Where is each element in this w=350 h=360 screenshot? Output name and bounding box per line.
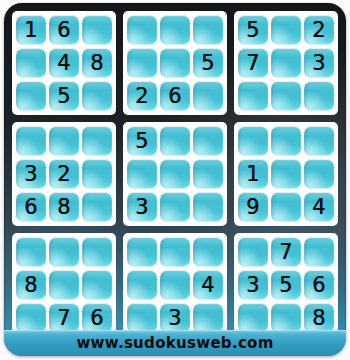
cell-r5c2[interactable]: 2 <box>49 159 79 189</box>
cell-r5c3[interactable] <box>82 159 112 189</box>
cell-r9c9[interactable]: 8 <box>304 303 334 333</box>
cell-r2c2[interactable]: 4 <box>49 48 79 78</box>
cell-r5c6[interactable] <box>193 159 223 189</box>
block-2-2: 53 <box>123 122 227 226</box>
cell-r1c8[interactable] <box>271 15 301 45</box>
cell-r6c9[interactable]: 4 <box>304 192 334 222</box>
cell-r1c5[interactable] <box>160 15 190 45</box>
cell-r5c4[interactable] <box>127 159 157 189</box>
cell-r3c3[interactable] <box>82 81 112 111</box>
cell-r6c2[interactable]: 8 <box>49 192 79 222</box>
cell-r1c2[interactable]: 6 <box>49 15 79 45</box>
cell-r7c5[interactable] <box>160 237 190 267</box>
cell-r8c9[interactable]: 6 <box>304 270 334 300</box>
cell-r1c4[interactable] <box>127 15 157 45</box>
cell-r6c3[interactable] <box>82 192 112 222</box>
cell-r9c4[interactable] <box>127 303 157 333</box>
cell-r8c6[interactable]: 4 <box>193 270 223 300</box>
cell-r3c5[interactable]: 6 <box>160 81 190 111</box>
cell-r8c1[interactable]: 8 <box>16 270 46 300</box>
cell-r4c6[interactable] <box>193 126 223 156</box>
block-3-2: 43 <box>123 233 227 337</box>
cell-r2c6[interactable]: 5 <box>193 48 223 78</box>
cell-r5c5[interactable] <box>160 159 190 189</box>
cell-r4c1[interactable] <box>16 126 46 156</box>
block-2-3: 194 <box>234 122 338 226</box>
cell-r7c9[interactable] <box>304 237 334 267</box>
site-link[interactable]: www.sudokusweb.com <box>76 334 273 352</box>
cell-r6c1[interactable]: 6 <box>16 192 46 222</box>
cell-r2c8[interactable] <box>271 48 301 78</box>
cell-r9c2[interactable]: 7 <box>49 303 79 333</box>
cell-r8c5[interactable] <box>160 270 190 300</box>
cell-r1c7[interactable]: 5 <box>238 15 268 45</box>
cell-r4c3[interactable] <box>82 126 112 156</box>
block-1-3: 5273 <box>234 11 338 115</box>
cell-r5c8[interactable] <box>271 159 301 189</box>
cell-r7c1[interactable] <box>16 237 46 267</box>
cell-r7c4[interactable] <box>127 237 157 267</box>
cell-r6c6[interactable] <box>193 192 223 222</box>
cell-r4c4[interactable]: 5 <box>127 126 157 156</box>
cell-r1c9[interactable]: 2 <box>304 15 334 45</box>
cell-r2c4[interactable] <box>127 48 157 78</box>
cell-r6c4[interactable]: 3 <box>127 192 157 222</box>
cell-r8c4[interactable] <box>127 270 157 300</box>
cell-r5c7[interactable]: 1 <box>238 159 268 189</box>
cell-r3c7[interactable] <box>238 81 268 111</box>
cell-r7c6[interactable] <box>193 237 223 267</box>
cell-r2c9[interactable]: 3 <box>304 48 334 78</box>
block-1-1: 16485 <box>12 11 116 115</box>
cell-r9c3[interactable]: 6 <box>82 303 112 333</box>
cell-r9c5[interactable]: 3 <box>160 303 190 333</box>
block-3-1: 876 <box>12 233 116 337</box>
cell-r7c2[interactable] <box>49 237 79 267</box>
cell-r3c1[interactable] <box>16 81 46 111</box>
block-3-3: 73568 <box>234 233 338 337</box>
cell-r3c9[interactable] <box>304 81 334 111</box>
cell-r4c9[interactable] <box>304 126 334 156</box>
cell-r9c6[interactable] <box>193 303 223 333</box>
cell-r8c2[interactable] <box>49 270 79 300</box>
cell-r5c1[interactable]: 3 <box>16 159 46 189</box>
cell-r3c8[interactable] <box>271 81 301 111</box>
cell-r6c7[interactable]: 9 <box>238 192 268 222</box>
cell-r1c1[interactable]: 1 <box>16 15 46 45</box>
sudoku-grid: 1648552652733268531948764373568 <box>12 11 338 337</box>
cell-r1c6[interactable] <box>193 15 223 45</box>
cell-r6c8[interactable] <box>271 192 301 222</box>
cell-r8c8[interactable]: 5 <box>271 270 301 300</box>
block-2-1: 3268 <box>12 122 116 226</box>
cell-r3c2[interactable]: 5 <box>49 81 79 111</box>
footer-bar: www.sudokusweb.com <box>4 330 346 356</box>
cell-r4c7[interactable] <box>238 126 268 156</box>
cell-r3c4[interactable]: 2 <box>127 81 157 111</box>
cell-r6c5[interactable] <box>160 192 190 222</box>
cell-r3c6[interactable] <box>193 81 223 111</box>
cell-r4c5[interactable] <box>160 126 190 156</box>
cell-r4c2[interactable] <box>49 126 79 156</box>
cell-r7c7[interactable] <box>238 237 268 267</box>
cell-r1c3[interactable] <box>82 15 112 45</box>
cell-r7c8[interactable]: 7 <box>271 237 301 267</box>
sudoku-board-frame: 1648552652733268531948764373568 www.sudo… <box>4 3 346 356</box>
cell-r7c3[interactable] <box>82 237 112 267</box>
cell-r5c9[interactable] <box>304 159 334 189</box>
cell-r2c5[interactable] <box>160 48 190 78</box>
cell-r8c3[interactable] <box>82 270 112 300</box>
cell-r2c7[interactable]: 7 <box>238 48 268 78</box>
cell-r9c1[interactable] <box>16 303 46 333</box>
cell-r9c7[interactable] <box>238 303 268 333</box>
cell-r4c8[interactable] <box>271 126 301 156</box>
cell-r2c1[interactable] <box>16 48 46 78</box>
block-1-2: 526 <box>123 11 227 115</box>
cell-r8c7[interactable]: 3 <box>238 270 268 300</box>
cell-r2c3[interactable]: 8 <box>82 48 112 78</box>
cell-r9c8[interactable] <box>271 303 301 333</box>
